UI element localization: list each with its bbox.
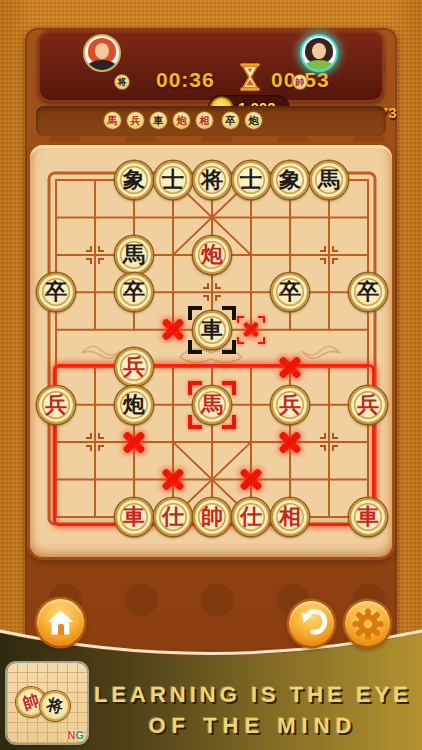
piece-相[interactable]: 相 <box>271 498 309 536</box>
gear-icon <box>351 607 385 641</box>
captured-piece-炮: 炮 <box>173 112 190 129</box>
point-marker <box>318 244 340 266</box>
captured-piece-馬: 馬 <box>104 112 121 129</box>
move-hint-x[interactable] <box>237 316 265 344</box>
captured-piece-兵: 兵 <box>127 112 144 129</box>
move-hint-x[interactable] <box>159 316 187 344</box>
undo-button[interactable] <box>289 601 334 646</box>
avatar-face <box>95 43 109 59</box>
piece-兵[interactable]: 兵 <box>37 386 75 424</box>
right-player-side-badge: 帥 <box>292 74 308 90</box>
player-panel: 将 帥 Greeno Users#473 00:36 00:53 NG 1.00… <box>38 30 384 102</box>
point-marker <box>84 244 106 266</box>
captured-piece-相: 相 <box>196 112 213 129</box>
point-marker <box>201 281 223 303</box>
point-marker <box>84 431 106 453</box>
piece-兵[interactable]: 兵 <box>349 386 387 424</box>
piece-馬[interactable]: 馬 <box>115 236 153 274</box>
right-player-avatar <box>300 34 338 72</box>
ng-logo: NG <box>67 729 84 741</box>
undo-arrow-icon <box>295 607 329 641</box>
captured-piece-卒: 卒 <box>222 112 239 129</box>
piece-士[interactable]: 士 <box>232 161 270 199</box>
piece-仕[interactable]: 仕 <box>232 498 270 536</box>
left-player-timer: 00:36 <box>156 68 215 92</box>
piece-兵[interactable]: 兵 <box>115 348 153 386</box>
piece-炮[interactable]: 炮 <box>115 386 153 424</box>
xiangqi-game-screen: 将 帥 Greeno Users#473 00:36 00:53 NG 1.00… <box>0 0 422 750</box>
captured-pieces-tray: 馬兵車炮相卒炮 <box>36 106 386 136</box>
move-hint-x[interactable] <box>159 466 187 494</box>
selected-red-piece-brackets <box>188 381 236 429</box>
avatar-face <box>312 43 326 59</box>
app-logo: 帥 将 NG <box>7 663 87 743</box>
piece-将[interactable]: 将 <box>193 161 231 199</box>
piece-炮[interactable]: 炮 <box>193 236 231 274</box>
piece-馬[interactable]: 馬 <box>310 161 348 199</box>
move-hint-x[interactable] <box>120 428 148 456</box>
point-marker <box>318 431 340 453</box>
piece-象[interactable]: 象 <box>271 161 309 199</box>
piece-帥[interactable]: 帥 <box>193 498 231 536</box>
marked-black-piece-brackets <box>188 306 236 354</box>
home-icon <box>48 611 74 635</box>
move-hint-x[interactable] <box>276 353 304 381</box>
tagline-line2: OF THE MIND <box>88 713 418 739</box>
xiangqi-board[interactable]: 象士将士象馬馬炮卒卒卒卒車兵兵炮馬兵兵車仕帥仕相車 <box>30 145 392 557</box>
captured-piece-炮: 炮 <box>245 112 262 129</box>
piece-車[interactable]: 車 <box>115 498 153 536</box>
hourglass-icon <box>239 63 261 95</box>
move-hint-x[interactable] <box>276 428 304 456</box>
settings-button[interactable] <box>345 601 390 646</box>
piece-車[interactable]: 車 <box>349 498 387 536</box>
home-button[interactable] <box>37 599 84 646</box>
piece-仕[interactable]: 仕 <box>154 498 192 536</box>
piece-士[interactable]: 士 <box>154 161 192 199</box>
piece-兵[interactable]: 兵 <box>271 386 309 424</box>
move-hint-x[interactable] <box>237 466 265 494</box>
piece-象[interactable]: 象 <box>115 161 153 199</box>
captured-piece-車: 車 <box>150 112 167 129</box>
left-player-side-badge: 将 <box>114 74 130 90</box>
tagline-line1: LEARNING IS THE EYE <box>88 682 418 708</box>
left-player-avatar <box>83 34 121 72</box>
avatar-shirt <box>87 60 117 72</box>
